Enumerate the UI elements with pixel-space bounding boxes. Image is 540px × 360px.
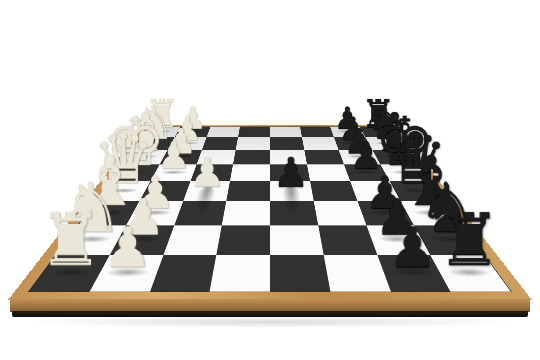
piece-shadow: [187, 186, 218, 220]
white-pawn-glyph: ♟: [189, 152, 225, 193]
white-pawn-glyph: ♟: [103, 220, 152, 275]
chess-photo-scene: ♜♞♝♛♚♝♞♜♟♟♟♟♟♟♟♟♟♟♟♟♟♟♟♟♜♞♝♛♚♝♞♜: [0, 0, 540, 360]
white-rook-glyph: ♜: [39, 204, 103, 276]
black-pawn-glyph: ♟: [388, 220, 437, 275]
board-pieces: ♜♞♝♛♚♝♞♜♟♟♟♟♟♟♟♟♟♟♟♟♟♟♟♟♜♞♝♛♚♝♞♜: [28, 126, 512, 292]
board-floor-shadow: [24, 316, 516, 328]
black-rook-glyph: ♜: [437, 204, 501, 276]
black-pawn-glyph: ♟: [273, 152, 309, 193]
piece-shadow: [281, 186, 306, 220]
chess-board: ♜♞♝♛♚♝♞♜♟♟♟♟♟♟♟♟♟♟♟♟♟♟♟♟♜♞♝♛♚♝♞♜: [8, 125, 532, 300]
